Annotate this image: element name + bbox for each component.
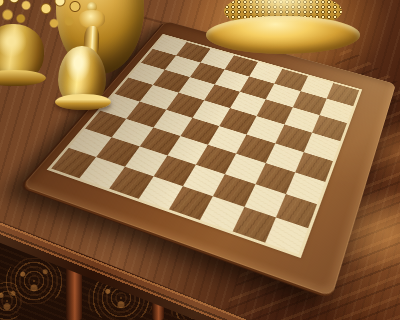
- carving-panel: [0, 282, 22, 320]
- photo: [0, 0, 400, 320]
